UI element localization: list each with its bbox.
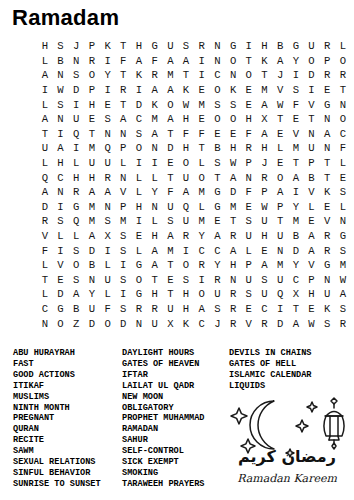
grid-cell: B — [272, 39, 288, 54]
grid-cell: R — [225, 229, 241, 244]
grid-cell: Q — [100, 141, 116, 156]
grid-cell: R — [257, 170, 273, 185]
grid-cell: H — [178, 141, 194, 156]
grid-cell: R — [131, 302, 147, 317]
grid-cell: D — [288, 243, 304, 258]
grid-cell: L — [37, 287, 53, 302]
grid-cell: C — [257, 302, 273, 317]
grid-cell: X — [163, 316, 179, 331]
grid-cell: L — [131, 185, 147, 200]
word-list-item: GATES OF HEAVEN — [122, 359, 205, 370]
grid-cell: Q — [68, 214, 84, 229]
grid-cell: U — [304, 39, 320, 54]
word-list-item: SEXUAL RELATIONS — [13, 457, 101, 468]
word-list-item: SINFUL BEHAVIOR — [13, 468, 101, 479]
arabic-calligraphy: رمضان كريم — [226, 447, 348, 466]
grid-cell: I — [194, 68, 210, 83]
grid-cell: I — [304, 83, 320, 98]
grid-cell: O — [304, 54, 320, 69]
grid-cell: K — [147, 97, 163, 112]
grid-cell: K — [178, 83, 194, 98]
grid-cell: B — [68, 302, 84, 317]
grid-cell: I — [131, 83, 147, 98]
grid-cell: N — [319, 141, 335, 156]
grid-cell: I — [131, 214, 147, 229]
grid-cell: L — [37, 97, 53, 112]
grid-cell: V — [288, 127, 304, 142]
grid-cell: T — [163, 127, 179, 142]
grid-cell: G — [131, 258, 147, 273]
word-list-item: SAWM — [13, 446, 101, 457]
grid-cell: A — [257, 127, 273, 142]
grid-cell: Q — [68, 127, 84, 142]
grid-cell: A — [147, 83, 163, 98]
grid-cell: G — [319, 97, 335, 112]
grid-cell: D — [37, 200, 53, 215]
grid-cell: E — [335, 170, 351, 185]
grid-cell: T — [115, 97, 131, 112]
word-list-column-2: DAYLIGHT HOURSGATES OF HEAVENIFTARLAILAT… — [122, 348, 205, 490]
word-list-item: DAYLIGHT HOURS — [122, 348, 205, 359]
grid-cell: S — [335, 243, 351, 258]
grid-cell: H — [178, 112, 194, 127]
grid-cell: U — [163, 39, 179, 54]
grid-cell: H — [84, 97, 100, 112]
grid-cell: Y — [100, 68, 116, 83]
grid-cell: E — [84, 112, 100, 127]
grid-cell: T — [272, 112, 288, 127]
grid-cell: T — [84, 127, 100, 142]
grid-cell: K — [319, 302, 335, 317]
grid-cell: P — [84, 39, 100, 54]
grid-cell: U — [272, 229, 288, 244]
grid-cell: U — [84, 156, 100, 171]
word-list-item: RECITE — [13, 435, 101, 446]
grid-cell: M — [147, 112, 163, 127]
grid-cell: H — [241, 112, 257, 127]
grid-cell: V — [115, 185, 131, 200]
grid-cell: R — [84, 54, 100, 69]
grid-cell: Y — [288, 54, 304, 69]
grid-cell: Y — [210, 258, 226, 273]
grid-cell: L — [100, 258, 116, 273]
grid-cell: E — [257, 243, 273, 258]
grid-cell: E — [241, 200, 257, 215]
grid-cell: O — [68, 258, 84, 273]
grid-cell: Q — [178, 200, 194, 215]
grid-cell: N — [100, 200, 116, 215]
grid-cell: A — [163, 229, 179, 244]
grid-cell: C — [194, 243, 210, 258]
grid-cell: U — [84, 302, 100, 317]
grid-cell: S — [225, 97, 241, 112]
word-search-grid: HSJPKTHGUSRNGIHBGURLLBNRIFAFAAINOTKAYOPO… — [37, 39, 351, 331]
grid-cell: F — [163, 185, 179, 200]
grid-cell: S — [210, 302, 226, 317]
grid-cell: N — [304, 127, 320, 142]
grid-cell: A — [163, 112, 179, 127]
grid-cell: N — [335, 97, 351, 112]
grid-cell: D — [53, 287, 69, 302]
word-list-item: QURAN — [13, 424, 101, 435]
grid-cell: A — [131, 54, 147, 69]
grid-cell: W — [304, 316, 320, 331]
grid-cell: W — [178, 97, 194, 112]
grid-cell: M — [194, 214, 210, 229]
grid-cell: G — [210, 185, 226, 200]
grid-cell: N — [147, 141, 163, 156]
grid-cell: S — [100, 214, 116, 229]
grid-cell: N — [147, 200, 163, 215]
grid-cell: C — [210, 68, 226, 83]
grid-cell: K — [257, 54, 273, 69]
grid-cell: T — [272, 214, 288, 229]
grid-cell: G — [288, 39, 304, 54]
grid-cell: C — [194, 316, 210, 331]
word-list-item: SAHUR — [122, 435, 205, 446]
word-list-item: GATES OF HELL — [229, 359, 312, 370]
grid-cell: R — [115, 83, 131, 98]
grid-cell: M — [84, 200, 100, 215]
grid-cell: I — [115, 258, 131, 273]
grid-cell: T — [37, 273, 53, 288]
grid-cell: K — [100, 39, 116, 54]
grid-cell: G — [210, 200, 226, 215]
word-list-item: LAILAT UL QADR — [122, 381, 205, 392]
grid-cell: M — [335, 258, 351, 273]
grid-cell: R — [319, 243, 335, 258]
grid-cell: S — [178, 273, 194, 288]
word-list-item: SELF-CONTROL — [122, 446, 205, 457]
grid-cell: A — [178, 54, 194, 69]
word-list-item: LIQUIDS — [229, 381, 312, 392]
grid-cell: N — [115, 127, 131, 142]
grid-cell: I — [53, 127, 69, 142]
grid-cell: H — [53, 156, 69, 171]
grid-cell: R — [194, 258, 210, 273]
grid-cell: L — [131, 170, 147, 185]
grid-cell: U — [257, 287, 273, 302]
grid-cell: H — [147, 229, 163, 244]
grid-cell: A — [272, 54, 288, 69]
grid-cell: F — [115, 54, 131, 69]
grid-cell: D — [131, 97, 147, 112]
grid-cell: B — [288, 229, 304, 244]
grid-cell: A — [178, 185, 194, 200]
grid-cell: R — [194, 39, 210, 54]
grid-cell: E — [272, 156, 288, 171]
grid-cell: A — [304, 243, 320, 258]
grid-cell: I — [68, 97, 84, 112]
grid-cell: X — [100, 229, 116, 244]
word-list-item: ITIKAF — [13, 381, 101, 392]
grid-cell: R — [335, 316, 351, 331]
grid-cell: R — [225, 316, 241, 331]
grid-cell: F — [100, 302, 116, 317]
star-icon — [296, 420, 308, 432]
grid-cell: W — [53, 83, 69, 98]
grid-cell: N — [272, 243, 288, 258]
grid-cell: Q — [272, 287, 288, 302]
grid-cell: H — [178, 287, 194, 302]
grid-cell: U — [178, 170, 194, 185]
grid-cell: M — [225, 200, 241, 215]
grid-cell: U — [147, 316, 163, 331]
grid-cell: L — [100, 287, 116, 302]
grid-cell: C — [37, 302, 53, 317]
grid-cell: B — [304, 170, 320, 185]
grid-cell: M — [288, 141, 304, 156]
lantern-icon — [324, 398, 344, 449]
grid-cell: W — [257, 200, 273, 215]
grid-cell: L — [147, 214, 163, 229]
grid-cell: N — [84, 273, 100, 288]
grid-cell: S — [241, 214, 257, 229]
grid-cell: A — [272, 185, 288, 200]
grid-cell: G — [131, 287, 147, 302]
grid-cell: M — [194, 97, 210, 112]
grid-cell: B — [84, 258, 100, 273]
grid-cell: L — [335, 39, 351, 54]
grid-cell: U — [210, 287, 226, 302]
grid-cell: B — [53, 54, 69, 69]
grid-cell: P — [84, 83, 100, 98]
grid-cell: A — [84, 185, 100, 200]
grid-cell: S — [335, 302, 351, 317]
grid-cell: T — [163, 170, 179, 185]
grid-cell: E — [319, 83, 335, 98]
grid-cell: V — [304, 185, 320, 200]
grid-cell: V — [53, 258, 69, 273]
grid-cell: V — [272, 83, 288, 98]
grid-cell: N — [241, 170, 257, 185]
grid-cell: T — [225, 214, 241, 229]
star-icon — [231, 408, 247, 424]
grid-cell: O — [210, 83, 226, 98]
grid-cell: H — [225, 258, 241, 273]
grid-cell: G — [147, 39, 163, 54]
grid-cell: W — [272, 97, 288, 112]
grid-cell: U — [304, 141, 320, 156]
grid-cell: L — [335, 200, 351, 215]
grid-cell: Z — [68, 316, 84, 331]
grid-cell: O — [131, 141, 147, 156]
grid-cell: S — [100, 112, 116, 127]
grid-cell: K — [178, 316, 194, 331]
word-list-item: GOOD ACTIONS — [13, 370, 101, 381]
grid-cell: K — [319, 185, 335, 200]
grid-cell: A — [37, 68, 53, 83]
grid-cell: R — [147, 68, 163, 83]
grid-cell: S — [131, 127, 147, 142]
grid-cell: M — [115, 214, 131, 229]
grid-cell: O — [178, 258, 194, 273]
ramadan-kareem-caption: Ramadan Kareem — [226, 472, 348, 485]
grid-cell: T — [288, 302, 304, 317]
grid-cell: T — [319, 170, 335, 185]
grid-cell: O — [335, 54, 351, 69]
grid-cell: S — [115, 229, 131, 244]
grid-cell: F — [335, 141, 351, 156]
grid-cell: S — [178, 39, 194, 54]
grid-cell: U — [163, 302, 179, 317]
grid-cell: O — [225, 54, 241, 69]
grid-cell: S — [68, 273, 84, 288]
grid-cell: H — [68, 170, 84, 185]
grid-cell: S — [241, 287, 257, 302]
star-icon — [307, 402, 317, 412]
grid-cell: M — [272, 258, 288, 273]
grid-cell: A — [147, 127, 163, 142]
grid-cell: P — [304, 156, 320, 171]
grid-cell: G — [68, 200, 84, 215]
grid-cell: J — [210, 316, 226, 331]
grid-cell: L — [241, 243, 257, 258]
word-list-item: PREGNANT — [13, 413, 101, 424]
grid-cell: S — [115, 243, 131, 258]
grid-cell: L — [68, 229, 84, 244]
grid-cell: R — [241, 141, 257, 156]
grid-cell: S — [210, 156, 226, 171]
grid-cell: D — [304, 68, 320, 83]
word-list-item: NINTH MONTH — [13, 403, 101, 414]
grid-cell: C — [53, 170, 69, 185]
grid-cell: J — [257, 156, 273, 171]
grid-cell: H — [225, 141, 241, 156]
grid-cell: H — [257, 39, 273, 54]
grid-cell: A — [53, 141, 69, 156]
grid-cell: T — [210, 170, 226, 185]
grid-cell: G — [319, 258, 335, 273]
grid-cell: B — [210, 141, 226, 156]
word-list-item: MUSLIMS — [13, 392, 101, 403]
word-list-item: SUNRISE TO SUNSET — [13, 479, 101, 490]
grid-cell: O — [163, 97, 179, 112]
page-title: Ramadam — [12, 5, 119, 31]
grid-cell: I — [115, 287, 131, 302]
grid-cell: P — [304, 273, 320, 288]
grid-cell: R — [100, 170, 116, 185]
grid-cell: A — [100, 185, 116, 200]
grid-cell: K — [131, 68, 147, 83]
grid-cell: L — [304, 200, 320, 215]
grid-cell: S — [53, 214, 69, 229]
grid-cell: V — [37, 229, 53, 244]
grid-cell: P — [257, 185, 273, 200]
grid-cell: A — [210, 229, 226, 244]
grid-cell: P — [241, 156, 257, 171]
grid-cell: S — [68, 243, 84, 258]
grid-cell: I — [288, 185, 304, 200]
grid-cell: A — [37, 185, 53, 200]
grid-cell: D — [272, 316, 288, 331]
grid-cell: O — [241, 68, 257, 83]
grid-cell: F — [178, 127, 194, 142]
grid-cell: I — [194, 54, 210, 69]
grid-cell: H — [257, 141, 273, 156]
grid-cell: L — [37, 258, 53, 273]
grid-cell: H — [131, 200, 147, 215]
grid-cell: I — [100, 243, 116, 258]
crescent-moon-icon — [250, 401, 274, 449]
grid-cell: Y — [288, 200, 304, 215]
grid-cell: G — [335, 229, 351, 244]
grid-cell: F — [288, 97, 304, 112]
word-list-item: TARAWEEH PRAYERS — [122, 479, 205, 490]
grid-cell: M — [84, 214, 100, 229]
grid-cell: I — [272, 302, 288, 317]
grid-cell: N — [210, 39, 226, 54]
grid-cell: A — [225, 243, 241, 258]
grid-cell: T — [241, 54, 257, 69]
word-list-item: SICK EXEMPT — [122, 457, 205, 468]
grid-cell: S — [53, 39, 69, 54]
grid-cell: T — [319, 156, 335, 171]
grid-cell: O — [225, 112, 241, 127]
grid-cell: L — [115, 156, 131, 171]
grid-cell: T — [163, 287, 179, 302]
grid-cell: I — [100, 83, 116, 98]
grid-cell: R — [225, 302, 241, 317]
grid-cell: A — [257, 258, 273, 273]
grid-cell: I — [241, 39, 257, 54]
grid-cell: I — [53, 200, 69, 215]
grid-cell: W — [225, 156, 241, 171]
grid-cell: X — [257, 112, 273, 127]
grid-cell: E — [304, 214, 320, 229]
grid-cell: A — [147, 243, 163, 258]
grid-cell: V — [304, 258, 320, 273]
grid-cell: D — [68, 83, 84, 98]
grid-cell: V — [319, 214, 335, 229]
grid-cell: E — [194, 83, 210, 98]
grid-cell: T — [37, 127, 53, 142]
grid-cell: R — [319, 39, 335, 54]
word-list-item: SMOKING — [122, 468, 205, 479]
grid-cell: I — [68, 141, 84, 156]
grid-cell: S — [115, 273, 131, 288]
grid-cell: N — [37, 316, 53, 331]
grid-cell: S — [68, 68, 84, 83]
grid-cell: I — [53, 243, 69, 258]
grid-cell: T — [115, 68, 131, 83]
grid-cell: T — [335, 83, 351, 98]
grid-cell: O — [272, 170, 288, 185]
grid-cell: I — [194, 273, 210, 288]
grid-cell: C — [131, 112, 147, 127]
grid-cell: N — [225, 273, 241, 288]
grid-cell: E — [288, 112, 304, 127]
grid-cell: U — [100, 156, 116, 171]
grid-cell: E — [241, 83, 257, 98]
grid-cell: A — [319, 127, 335, 142]
grid-cell: P — [319, 54, 335, 69]
grid-cell: U — [319, 287, 335, 302]
grid-cell: I — [147, 156, 163, 171]
word-list-item: RAMADAN — [122, 424, 205, 435]
grid-cell: Y — [288, 258, 304, 273]
grid-cell: F — [194, 127, 210, 142]
grid-cell: T — [115, 39, 131, 54]
grid-cell: A — [84, 229, 100, 244]
grid-cell: U — [241, 229, 257, 244]
grid-cell: R — [319, 68, 335, 83]
grid-cell: I — [100, 54, 116, 69]
word-list-item: DEVILS IN CHAINS — [229, 348, 312, 359]
grid-cell: T — [194, 141, 210, 156]
word-list-item: FAST — [13, 359, 101, 370]
grid-cell: G — [225, 39, 241, 54]
